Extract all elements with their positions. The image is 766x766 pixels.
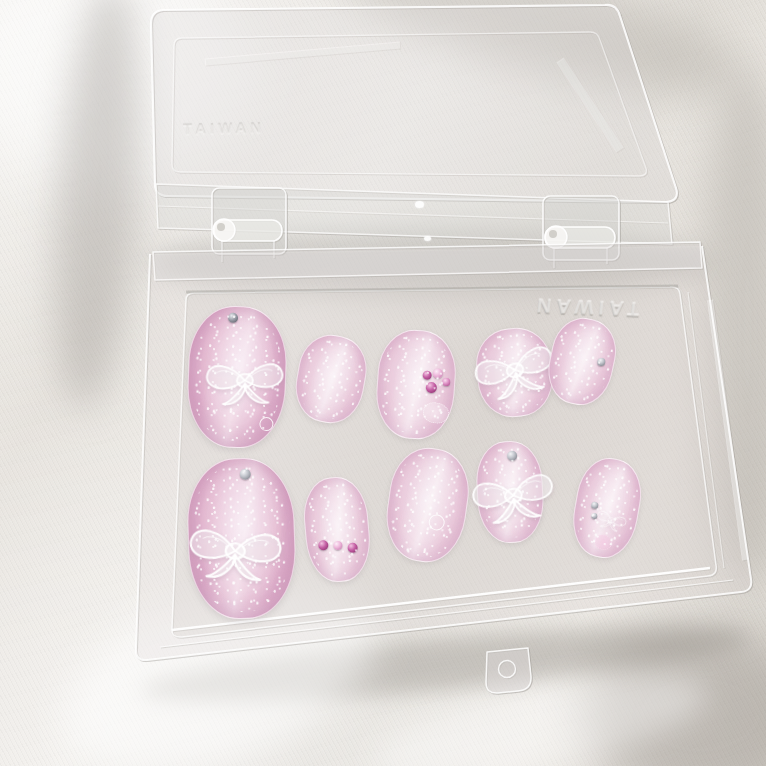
nail-top-2 [290, 330, 372, 428]
lace-charm [423, 401, 450, 424]
pearl-stud [333, 541, 343, 551]
pearl-stud [422, 371, 432, 381]
pearl-stud [442, 378, 451, 387]
bow-charm [462, 458, 564, 539]
nail-bottom-3 [380, 443, 474, 567]
nails-layer [0, 0, 766, 766]
nail-top-1 [186, 304, 289, 449]
pearl-stud [507, 451, 518, 462]
nail-bottom-2 [301, 474, 374, 584]
bow-charm [180, 512, 290, 595]
pearl-stud [228, 313, 238, 323]
nail-bottom-5 [567, 453, 647, 563]
pearl-stud [432, 368, 443, 379]
photo-stage: TAIWAN TAIWAN [0, 0, 766, 766]
ring-mark [428, 513, 446, 531]
pearl-stud [347, 542, 358, 553]
pearl-stud [317, 540, 328, 551]
pearl-stud [596, 357, 605, 366]
bow-charm [199, 350, 289, 417]
nail-bottom-1 [185, 456, 298, 621]
nail-top-3 [373, 327, 458, 441]
ring-mark [259, 417, 273, 431]
nail-top-4 [473, 325, 555, 420]
pearl-stud [240, 469, 251, 480]
pearl-stud [426, 382, 438, 394]
nail-bottom-4 [474, 439, 545, 544]
